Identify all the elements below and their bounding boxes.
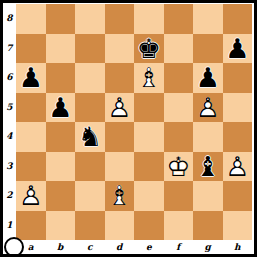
square-h5[interactable]	[223, 93, 253, 123]
file-label-d: d	[105, 240, 135, 254]
square-a2[interactable]: ♟♙	[16, 181, 46, 211]
square-e1[interactable]	[134, 211, 164, 241]
square-c3[interactable]	[75, 152, 105, 182]
file-label-c: c	[75, 240, 105, 254]
square-b1[interactable]	[46, 211, 76, 241]
square-f7[interactable]	[164, 34, 194, 64]
square-d8[interactable]	[105, 4, 135, 34]
piece-black-pawn-h7[interactable]: ♟	[223, 34, 253, 64]
piece-white-pawn-g5[interactable]: ♟♙	[193, 93, 223, 123]
piece-white-king-f3[interactable]: ♚♔	[164, 152, 194, 182]
square-h6[interactable]	[223, 63, 253, 93]
piece-black-pawn-a6[interactable]: ♟	[16, 63, 46, 93]
file-label-e: e	[134, 240, 164, 254]
square-d3[interactable]	[105, 152, 135, 182]
piece-outline-glyph: ♙	[16, 181, 46, 211]
piece-black-pawn-b5[interactable]: ♟	[46, 93, 76, 123]
square-a5[interactable]	[16, 93, 46, 123]
piece-black-knight-c4[interactable]: ♞	[75, 122, 105, 152]
square-c6[interactable]	[75, 63, 105, 93]
square-f5[interactable]	[164, 93, 194, 123]
piece-white-bishop-d2[interactable]: ♝♗	[105, 181, 135, 211]
square-g5[interactable]: ♟♙	[193, 93, 223, 123]
square-f4[interactable]	[164, 122, 194, 152]
square-b3[interactable]	[46, 152, 76, 182]
square-c8[interactable]	[75, 4, 105, 34]
rank-labels: 87654321	[3, 4, 16, 240]
square-g6[interactable]: ♟	[193, 63, 223, 93]
piece-black-king-e7[interactable]: ♚	[134, 34, 164, 64]
file-label-h: h	[223, 240, 253, 254]
piece-outline-glyph: ♙	[223, 152, 253, 182]
square-e3[interactable]	[134, 152, 164, 182]
square-c5[interactable]	[75, 93, 105, 123]
piece-white-pawn-d5[interactable]: ♟♙	[105, 93, 135, 123]
piece-outline-glyph: ♙	[105, 93, 135, 123]
file-label-b: b	[46, 240, 76, 254]
piece-white-pawn-a2[interactable]: ♟♙	[16, 181, 46, 211]
square-c2[interactable]	[75, 181, 105, 211]
chess-diagram: { "game": "chess", "position": { "fen": …	[0, 0, 257, 257]
piece-outline-glyph: ♗	[105, 181, 135, 211]
file-label-f: f	[164, 240, 194, 254]
square-d6[interactable]	[105, 63, 135, 93]
square-h2[interactable]	[223, 181, 253, 211]
square-b2[interactable]	[46, 181, 76, 211]
rank-label-3: 3	[3, 152, 16, 182]
square-g2[interactable]	[193, 181, 223, 211]
square-f8[interactable]	[164, 4, 194, 34]
square-f6[interactable]	[164, 63, 194, 93]
square-b7[interactable]	[46, 34, 76, 64]
square-h3[interactable]: ♟♙	[223, 152, 253, 182]
square-g3[interactable]: ♝	[193, 152, 223, 182]
square-f2[interactable]	[164, 181, 194, 211]
piece-outline-glyph: ♗	[134, 63, 164, 93]
square-d7[interactable]	[105, 34, 135, 64]
square-g7[interactable]	[193, 34, 223, 64]
square-d5[interactable]: ♟♙	[105, 93, 135, 123]
piece-outline-glyph: ♙	[193, 93, 223, 123]
white-to-move-circle-icon	[4, 237, 24, 257]
square-e8[interactable]	[134, 4, 164, 34]
square-c7[interactable]	[75, 34, 105, 64]
square-a8[interactable]	[16, 4, 46, 34]
square-h7[interactable]: ♟	[223, 34, 253, 64]
square-b6[interactable]	[46, 63, 76, 93]
square-h1[interactable]	[223, 211, 253, 241]
square-a6[interactable]: ♟	[16, 63, 46, 93]
file-labels: abcdefgh	[16, 240, 252, 254]
square-c4[interactable]: ♞	[75, 122, 105, 152]
piece-outline-glyph: ♔	[164, 152, 194, 182]
square-b8[interactable]	[46, 4, 76, 34]
square-d4[interactable]	[105, 122, 135, 152]
square-a3[interactable]	[16, 152, 46, 182]
square-e2[interactable]	[134, 181, 164, 211]
rank-label-4: 4	[3, 122, 16, 152]
rank-label-5: 5	[3, 93, 16, 123]
square-b5[interactable]: ♟	[46, 93, 76, 123]
piece-white-bishop-e6[interactable]: ♝♗	[134, 63, 164, 93]
rank-label-7: 7	[3, 34, 16, 64]
square-g8[interactable]	[193, 4, 223, 34]
square-h8[interactable]	[223, 4, 253, 34]
rank-label-1: 1	[3, 211, 16, 241]
piece-black-bishop-g3[interactable]: ♝	[193, 152, 223, 182]
file-label-g: g	[193, 240, 223, 254]
square-d1[interactable]	[105, 211, 135, 241]
rank-label-8: 8	[3, 4, 16, 34]
rank-label-2: 2	[3, 181, 16, 211]
square-e5[interactable]	[134, 93, 164, 123]
square-g4[interactable]	[193, 122, 223, 152]
square-e6[interactable]: ♝♗	[134, 63, 164, 93]
square-b4[interactable]	[46, 122, 76, 152]
chess-board: ♚♟♟♝♗♟♟♟♙♟♙♞♚♔♝♟♙♟♙♝♗	[16, 4, 252, 240]
piece-white-pawn-h3[interactable]: ♟♙	[223, 152, 253, 182]
square-e4[interactable]	[134, 122, 164, 152]
square-d2[interactable]: ♝♗	[105, 181, 135, 211]
square-a1[interactable]	[16, 211, 46, 241]
square-f3[interactable]: ♚♔	[164, 152, 194, 182]
rank-label-6: 6	[3, 63, 16, 93]
square-c1[interactable]	[75, 211, 105, 241]
piece-black-pawn-g6[interactable]: ♟	[193, 63, 223, 93]
square-f1[interactable]	[164, 211, 194, 241]
square-a7[interactable]	[16, 34, 46, 64]
square-a4[interactable]	[16, 122, 46, 152]
square-g1[interactable]	[193, 211, 223, 241]
square-e7[interactable]: ♚	[134, 34, 164, 64]
square-h4[interactable]	[223, 122, 253, 152]
